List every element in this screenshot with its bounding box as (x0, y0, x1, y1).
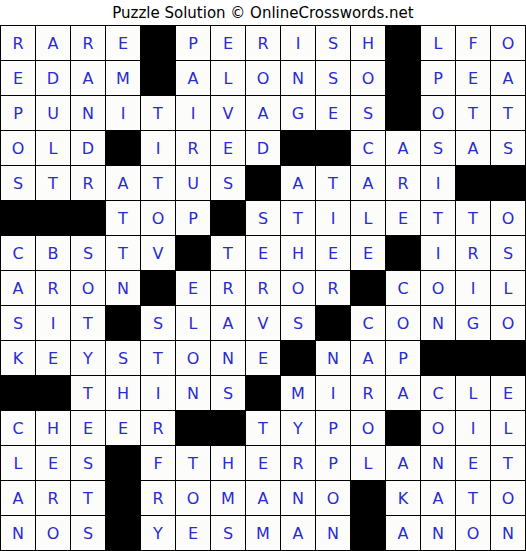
letter-cell: L (211, 61, 245, 95)
letter-cell: O (71, 271, 105, 305)
letter-cell: T (71, 306, 105, 340)
letter-cell: E (36, 341, 70, 375)
letter-cell: I (281, 26, 315, 60)
letter-cell: N (176, 376, 210, 410)
letter-cell: N (106, 271, 140, 305)
letter-cell: S (1, 166, 35, 200)
black-cell (1, 376, 35, 410)
letter-cell: E (176, 271, 210, 305)
letter-cell: I (141, 376, 175, 410)
letter-cell: I (106, 96, 140, 130)
letter-cell: S (1, 306, 35, 340)
letter-cell: G (281, 96, 315, 130)
letter-cell: H (281, 236, 315, 270)
letter-cell: H (211, 446, 245, 480)
letter-cell: A (246, 96, 280, 130)
black-cell (351, 271, 385, 305)
letter-cell: T (141, 96, 175, 130)
black-cell (106, 446, 140, 480)
letter-cell: T (71, 376, 105, 410)
letter-cell: S (316, 61, 350, 95)
letter-cell: O (491, 26, 525, 60)
black-cell (106, 481, 140, 515)
black-cell (386, 96, 420, 130)
black-cell (36, 376, 70, 410)
letter-cell: O (1, 131, 35, 165)
letter-cell: E (176, 516, 210, 550)
letter-cell: S (211, 516, 245, 550)
letter-cell: A (1, 271, 35, 305)
letter-cell: I (456, 271, 490, 305)
letter-cell: L (421, 26, 455, 60)
letter-cell: I (421, 236, 455, 270)
letter-cell: N (421, 306, 455, 340)
letter-cell: S (106, 341, 140, 375)
letter-cell: M (281, 376, 315, 410)
letter-cell: A (211, 306, 245, 340)
letter-cell: M (246, 516, 280, 550)
letter-cell: S (281, 306, 315, 340)
letter-cell: Y (71, 341, 105, 375)
letter-cell: N (281, 481, 315, 515)
letter-cell: N (316, 516, 350, 550)
letter-cell: P (421, 61, 455, 95)
letter-cell: P (1, 96, 35, 130)
letter-cell: A (386, 131, 420, 165)
letter-cell: I (421, 166, 455, 200)
black-cell (141, 271, 175, 305)
black-cell (176, 411, 210, 445)
letter-cell: F (141, 446, 175, 480)
black-cell (141, 26, 175, 60)
letter-cell: R (316, 271, 350, 305)
letter-cell: T (106, 201, 140, 235)
black-cell (491, 341, 525, 375)
letter-cell: K (386, 481, 420, 515)
letter-cell: T (316, 166, 350, 200)
letter-cell: A (386, 376, 420, 410)
letter-cell: S (71, 446, 105, 480)
letter-cell: E (211, 131, 245, 165)
letter-cell: N (1, 516, 35, 550)
letter-cell: G (456, 306, 490, 340)
letter-cell: L (36, 131, 70, 165)
black-cell (211, 201, 245, 235)
letter-cell: V (211, 96, 245, 130)
black-cell (246, 166, 280, 200)
letter-cell: O (281, 271, 315, 305)
letter-cell: C (1, 236, 35, 270)
letter-cell: T (281, 201, 315, 235)
black-cell (386, 26, 420, 60)
black-cell (316, 131, 350, 165)
letter-cell: E (71, 411, 105, 445)
letter-cell: U (36, 96, 70, 130)
black-cell (456, 341, 490, 375)
letter-cell: A (351, 341, 385, 375)
letter-cell: E (1, 61, 35, 95)
letter-cell: P (386, 341, 420, 375)
letter-cell: V (141, 236, 175, 270)
black-cell (281, 341, 315, 375)
letter-cell: R (71, 166, 105, 200)
black-cell (351, 516, 385, 550)
letter-cell: U (176, 166, 210, 200)
letter-cell: E (316, 236, 350, 270)
letter-cell: R (456, 236, 490, 270)
black-cell (141, 61, 175, 95)
letter-cell: I (316, 201, 350, 235)
letter-cell: M (211, 481, 245, 515)
page-title: Puzzle Solution © OnlineCrosswords.net (0, 0, 526, 25)
letter-cell: O (386, 306, 420, 340)
letter-cell: R (36, 481, 70, 515)
letter-cell: L (491, 271, 525, 305)
letter-cell: O (421, 411, 455, 445)
letter-cell: S (211, 376, 245, 410)
letter-cell: N (211, 341, 245, 375)
letter-cell: E (106, 26, 140, 60)
letter-cell: V (246, 306, 280, 340)
letter-cell: T (491, 446, 525, 480)
letter-cell: T (106, 236, 140, 270)
letter-cell: H (106, 376, 140, 410)
letter-cell: I (176, 96, 210, 130)
letter-cell: T (456, 481, 490, 515)
letter-cell: E (316, 96, 350, 130)
black-cell (106, 131, 140, 165)
letter-cell: N (316, 341, 350, 375)
black-cell (1, 201, 35, 235)
letter-cell: C (421, 376, 455, 410)
letter-cell: L (456, 376, 490, 410)
letter-cell: O (316, 481, 350, 515)
black-cell (386, 236, 420, 270)
crossword-solution-page: Puzzle Solution © OnlineCrosswords.net R… (0, 0, 526, 551)
letter-cell: O (351, 61, 385, 95)
letter-cell: L (1, 446, 35, 480)
letter-cell: A (491, 61, 525, 95)
letter-cell: R (351, 376, 385, 410)
letter-cell: C (1, 411, 35, 445)
letter-cell: A (386, 516, 420, 550)
letter-cell: E (246, 341, 280, 375)
letter-cell: H (351, 26, 385, 60)
letter-cell: T (211, 236, 245, 270)
letter-cell: S (211, 166, 245, 200)
letter-cell: A (281, 516, 315, 550)
letter-cell: R (141, 411, 175, 445)
letter-cell: T (36, 166, 70, 200)
letter-cell: L (491, 411, 525, 445)
black-cell (246, 376, 280, 410)
letter-cell: N (421, 446, 455, 480)
letter-cell: A (246, 481, 280, 515)
letter-cell: C (386, 271, 420, 305)
letter-cell: P (176, 26, 210, 60)
letter-cell: T (491, 96, 525, 130)
letter-cell: O (421, 96, 455, 130)
letter-cell: S (491, 236, 525, 270)
letter-cell: N (421, 516, 455, 550)
letter-cell: S (71, 516, 105, 550)
letter-cell: O (491, 201, 525, 235)
letter-cell: N (281, 61, 315, 95)
letter-cell: I (141, 131, 175, 165)
letter-cell: E (491, 376, 525, 410)
black-cell (421, 341, 455, 375)
letter-cell: O (491, 481, 525, 515)
letter-cell: T (71, 481, 105, 515)
letter-cell: N (491, 516, 525, 550)
letter-cell: L (176, 306, 210, 340)
black-cell (71, 201, 105, 235)
letter-cell: A (1, 481, 35, 515)
black-cell (106, 516, 140, 550)
letter-cell: R (211, 271, 245, 305)
black-cell (36, 201, 70, 235)
letter-cell: A (281, 166, 315, 200)
letter-cell: T (141, 166, 175, 200)
letter-cell: T (141, 341, 175, 375)
letter-cell: R (36, 271, 70, 305)
letter-cell: L (351, 446, 385, 480)
letter-cell: T (456, 96, 490, 130)
letter-cell: P (316, 446, 350, 480)
letter-cell: S (491, 131, 525, 165)
letter-cell: T (456, 201, 490, 235)
black-cell (176, 236, 210, 270)
letter-cell: E (246, 446, 280, 480)
letter-cell: E (456, 446, 490, 480)
letter-cell: S (316, 26, 350, 60)
letter-cell: O (491, 306, 525, 340)
letter-cell: S (246, 201, 280, 235)
letter-cell: P (176, 201, 210, 235)
letter-cell: O (176, 341, 210, 375)
black-cell (351, 481, 385, 515)
letter-cell: T (421, 201, 455, 235)
letter-cell: A (71, 61, 105, 95)
letter-cell: Y (281, 411, 315, 445)
letter-cell: R (71, 26, 105, 60)
letter-cell: Y (141, 516, 175, 550)
black-cell (491, 166, 525, 200)
letter-cell: R (1, 26, 35, 60)
letter-cell: E (246, 236, 280, 270)
letter-cell: I (36, 306, 70, 340)
letter-cell: S (71, 236, 105, 270)
letter-cell: A (421, 481, 455, 515)
black-cell (211, 411, 245, 445)
letter-cell: A (351, 166, 385, 200)
letter-cell: D (246, 131, 280, 165)
letter-cell: A (36, 26, 70, 60)
letter-cell: I (456, 411, 490, 445)
black-cell (386, 411, 420, 445)
letter-cell: E (106, 411, 140, 445)
letter-cell: R (176, 131, 210, 165)
letter-cell: E (386, 201, 420, 235)
black-cell (281, 131, 315, 165)
black-cell (106, 306, 140, 340)
letter-cell: R (246, 26, 280, 60)
letter-cell: K (1, 341, 35, 375)
letter-cell: O (176, 481, 210, 515)
letter-cell: A (456, 131, 490, 165)
black-cell (456, 166, 490, 200)
letter-cell: E (351, 236, 385, 270)
letter-cell: T (246, 411, 280, 445)
letter-cell: H (36, 411, 70, 445)
letter-cell: C (351, 306, 385, 340)
letter-cell: R (281, 446, 315, 480)
black-cell (386, 61, 420, 95)
letter-cell: T (176, 446, 210, 480)
letter-cell: O (36, 516, 70, 550)
letter-cell: O (246, 61, 280, 95)
letter-cell: I (316, 376, 350, 410)
letter-cell: A (386, 446, 420, 480)
letter-cell: E (211, 26, 245, 60)
letter-cell: E (456, 61, 490, 95)
letter-cell: S (351, 96, 385, 130)
letter-cell: E (36, 446, 70, 480)
black-cell (316, 306, 350, 340)
letter-cell: R (246, 271, 280, 305)
letter-cell: L (351, 201, 385, 235)
letter-cell: O (351, 411, 385, 445)
letter-cell: C (351, 131, 385, 165)
letter-cell: D (36, 61, 70, 95)
letter-cell: O (141, 201, 175, 235)
letter-cell: N (71, 96, 105, 130)
letter-cell: A (176, 61, 210, 95)
crossword-grid: RAREPERISHLFOEDAMALONSOPEAPUNITIVAGESOTT… (0, 25, 526, 551)
letter-cell: S (421, 131, 455, 165)
letter-cell: B (36, 236, 70, 270)
letter-cell: S (141, 306, 175, 340)
letter-cell: F (456, 26, 490, 60)
letter-cell: R (386, 166, 420, 200)
letter-cell: O (421, 271, 455, 305)
letter-cell: M (106, 61, 140, 95)
letter-cell: D (71, 131, 105, 165)
letter-cell: R (141, 481, 175, 515)
letter-cell: O (456, 516, 490, 550)
letter-cell: A (106, 166, 140, 200)
letter-cell: P (316, 411, 350, 445)
